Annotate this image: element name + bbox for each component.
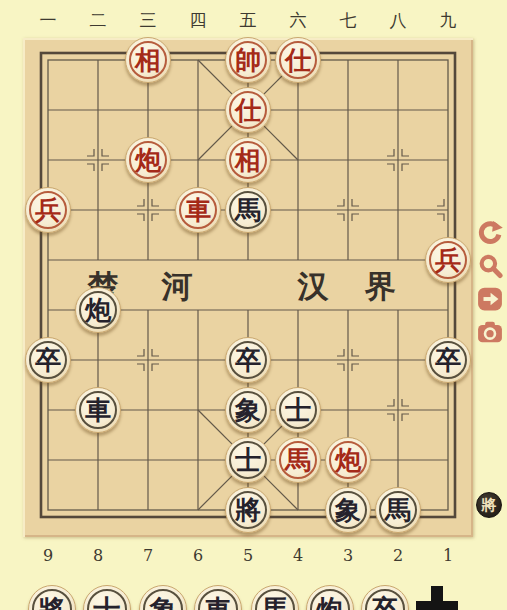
palette-piece-black-horse[interactable]: 馬 xyxy=(251,585,299,610)
undo-button[interactable] xyxy=(477,220,503,246)
piece-black-pawn[interactable]: 卒 xyxy=(225,337,271,383)
piece-black-chariot[interactable]: 車 xyxy=(75,387,121,433)
coord-label: 7 xyxy=(123,546,173,565)
piece-black-horse[interactable]: 馬 xyxy=(375,487,421,533)
xiangqi-app: 一二三四五六七八九 楚河汉界 相帥仕仕炮相兵車馬兵炮卒卒卒車象士士馬炮將象馬 9… xyxy=(0,0,507,610)
search-button[interactable] xyxy=(477,253,503,279)
piece-label: 士 xyxy=(229,441,267,479)
piece-red-cannon[interactable]: 炮 xyxy=(325,437,371,483)
piece-red-advisor[interactable]: 仕 xyxy=(225,87,271,133)
piece-label: 車 xyxy=(79,391,117,429)
piece-label: 兵 xyxy=(429,241,467,279)
coord-label: 六 xyxy=(273,9,323,32)
piece-label: 炮 xyxy=(79,291,117,329)
coord-label: 5 xyxy=(223,546,273,565)
palette-piece-black-pawn[interactable]: 卒 xyxy=(361,585,409,610)
piece-label: 馬 xyxy=(229,191,267,229)
palette-piece-black-advisor[interactable]: 士 xyxy=(83,585,131,610)
palette-piece-black-elephant[interactable]: 象 xyxy=(139,585,187,610)
piece-label: 帥 xyxy=(229,41,267,79)
piece-label: 士 xyxy=(279,391,317,429)
piece-label: 馬 xyxy=(279,441,317,479)
coord-label: 4 xyxy=(273,546,323,565)
piece-label: 兵 xyxy=(29,191,67,229)
piece-label: 炮 xyxy=(310,589,350,610)
piece-red-elephant[interactable]: 相 xyxy=(125,37,171,83)
river-label: 界 xyxy=(358,266,402,306)
piece-black-advisor[interactable]: 士 xyxy=(275,387,321,433)
piece-label: 卒 xyxy=(429,341,467,379)
bottom-column-labels: 987654321 xyxy=(23,546,473,568)
xiangqi-board[interactable]: 楚河汉界 相帥仕仕炮相兵車馬兵炮卒卒卒車象士士馬炮將象馬 xyxy=(23,38,473,537)
piece-red-pawn[interactable]: 兵 xyxy=(425,237,471,283)
piece-label: 卒 xyxy=(229,341,267,379)
piece-black-elephant[interactable]: 象 xyxy=(225,387,271,433)
turn-indicator-badge: 將 xyxy=(476,492,502,518)
piece-label: 相 xyxy=(229,141,267,179)
piece-label: 象 xyxy=(329,491,367,529)
piece-black-advisor[interactable]: 士 xyxy=(225,437,271,483)
coord-label: 1 xyxy=(423,546,473,565)
piece-label: 將 xyxy=(229,491,267,529)
coord-label: 七 xyxy=(323,9,373,32)
piece-red-pawn[interactable]: 兵 xyxy=(25,187,71,233)
piece-black-horse[interactable]: 馬 xyxy=(225,187,271,233)
piece-label: 士 xyxy=(87,589,127,610)
piece-label: 仕 xyxy=(229,91,267,129)
piece-label: 炮 xyxy=(329,441,367,479)
coord-label: 6 xyxy=(173,546,223,565)
piece-label: 仕 xyxy=(279,41,317,79)
forward-button[interactable] xyxy=(477,286,503,312)
piece-red-horse[interactable]: 馬 xyxy=(275,437,321,483)
camera-icon xyxy=(477,319,503,345)
forward-arrow-icon xyxy=(477,286,503,312)
undo-icon xyxy=(477,220,503,246)
search-icon xyxy=(477,253,503,279)
piece-label: 將 xyxy=(32,589,72,610)
piece-label: 卒 xyxy=(365,589,405,610)
palette-piece-black-cannon[interactable]: 炮 xyxy=(306,585,354,610)
piece-black-elephant[interactable]: 象 xyxy=(325,487,371,533)
piece-red-general[interactable]: 帥 xyxy=(225,37,271,83)
camera-button[interactable] xyxy=(477,319,503,345)
piece-black-pawn[interactable]: 卒 xyxy=(25,337,71,383)
river-label: 汉 xyxy=(291,266,335,306)
coord-label: 五 xyxy=(223,9,273,32)
piece-label: 卒 xyxy=(29,341,67,379)
empty-point-tool[interactable] xyxy=(416,586,458,610)
coord-label: 2 xyxy=(373,546,423,565)
piece-label: 炮 xyxy=(129,141,167,179)
piece-label: 馬 xyxy=(379,491,417,529)
coord-label: 四 xyxy=(173,9,223,32)
piece-label: 車 xyxy=(198,589,238,610)
piece-red-elephant[interactable]: 相 xyxy=(225,137,271,183)
coord-label: 9 xyxy=(23,546,73,565)
palette-piece-black-general[interactable]: 將 xyxy=(28,585,76,610)
piece-black-cannon[interactable]: 炮 xyxy=(75,287,121,333)
river-label: 河 xyxy=(155,266,199,306)
piece-black-general[interactable]: 將 xyxy=(225,487,271,533)
coord-label: 二 xyxy=(73,9,123,32)
piece-label: 相 xyxy=(129,41,167,79)
piece-red-chariot[interactable]: 車 xyxy=(175,187,221,233)
coord-label: 八 xyxy=(373,9,423,32)
coord-label: 九 xyxy=(423,9,473,32)
piece-label: 象 xyxy=(143,589,183,610)
coord-label: 3 xyxy=(323,546,373,565)
coord-label: 一 xyxy=(23,9,73,32)
piece-label: 馬 xyxy=(255,589,295,610)
palette-piece-black-chariot[interactable]: 車 xyxy=(194,585,242,610)
piece-red-advisor[interactable]: 仕 xyxy=(275,37,321,83)
piece-red-cannon[interactable]: 炮 xyxy=(125,137,171,183)
top-column-labels: 一二三四五六七八九 xyxy=(23,9,473,31)
coord-label: 8 xyxy=(73,546,123,565)
side-toolbar xyxy=(477,220,503,352)
piece-label: 車 xyxy=(179,191,217,229)
piece-black-pawn[interactable]: 卒 xyxy=(425,337,471,383)
coord-label: 三 xyxy=(123,9,173,32)
piece-label: 象 xyxy=(229,391,267,429)
